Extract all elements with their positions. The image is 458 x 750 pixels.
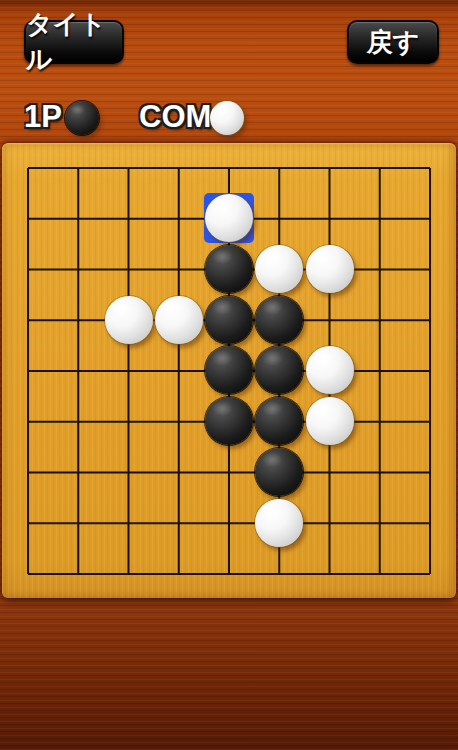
board-cell[interactable] — [3, 497, 53, 548]
board-cell[interactable] — [305, 345, 355, 396]
board-cell[interactable] — [204, 193, 254, 244]
board-cell[interactable] — [305, 244, 355, 295]
board-cell[interactable] — [355, 396, 405, 447]
board-cell[interactable] — [405, 548, 455, 599]
white-stone — [255, 499, 303, 547]
board-cell[interactable] — [53, 548, 103, 599]
board-cell[interactable] — [3, 244, 53, 295]
white-stone — [105, 296, 153, 344]
white-stone — [155, 296, 203, 344]
board-cell[interactable] — [405, 193, 455, 244]
black-stone-indicator — [65, 101, 99, 135]
board-cell[interactable] — [53, 345, 103, 396]
board-cell[interactable] — [355, 447, 405, 498]
board-cell[interactable] — [254, 548, 304, 599]
board-cell[interactable] — [355, 142, 405, 193]
board-cell[interactable] — [3, 548, 53, 599]
black-stone — [205, 296, 253, 344]
board-cell[interactable] — [154, 294, 204, 345]
board-cell[interactable] — [154, 447, 204, 498]
board-cell[interactable] — [53, 396, 103, 447]
white-stone-indicator — [210, 101, 244, 135]
board-cell[interactable] — [204, 244, 254, 295]
black-stone — [255, 346, 303, 394]
black-stone — [205, 346, 253, 394]
white-stone — [306, 245, 354, 293]
black-stone — [205, 245, 253, 293]
board-cell[interactable] — [254, 396, 304, 447]
black-stone — [255, 448, 303, 496]
board-cell[interactable] — [154, 244, 204, 295]
board-cell[interactable] — [305, 142, 355, 193]
board-cell[interactable] — [154, 142, 204, 193]
board-cell[interactable] — [305, 447, 355, 498]
board-cell[interactable] — [254, 142, 304, 193]
board-cell[interactable] — [53, 497, 103, 548]
player-com-label: COM — [139, 100, 211, 134]
board-cell[interactable] — [405, 497, 455, 548]
black-stone — [255, 397, 303, 445]
board-cell[interactable] — [305, 193, 355, 244]
board-cell[interactable] — [154, 193, 204, 244]
board-cell[interactable] — [53, 294, 103, 345]
board-cell[interactable] — [204, 345, 254, 396]
board-cell[interactable] — [204, 396, 254, 447]
board-cell[interactable] — [104, 193, 154, 244]
board-cell[interactable] — [3, 345, 53, 396]
board-cell[interactable] — [104, 548, 154, 599]
board-cell[interactable] — [405, 294, 455, 345]
board-cell[interactable] — [355, 497, 405, 548]
board-cell[interactable] — [104, 294, 154, 345]
board-cell[interactable] — [305, 497, 355, 548]
board-cell[interactable] — [154, 345, 204, 396]
board-cell[interactable] — [254, 294, 304, 345]
board-cell[interactable] — [405, 244, 455, 295]
white-stone — [306, 397, 354, 445]
board-cell[interactable] — [104, 447, 154, 498]
board — [2, 143, 456, 598]
board-cell[interactable] — [53, 142, 103, 193]
title-button[interactable]: タイトル — [24, 20, 124, 64]
board-cell[interactable] — [204, 497, 254, 548]
board-cell[interactable] — [254, 497, 304, 548]
board-cell[interactable] — [104, 396, 154, 447]
board-cell[interactable] — [355, 345, 405, 396]
board-cell[interactable] — [53, 244, 103, 295]
board-cell[interactable] — [154, 497, 204, 548]
board-cell[interactable] — [204, 447, 254, 498]
white-stone — [255, 245, 303, 293]
board-cell[interactable] — [355, 244, 405, 295]
board-cell[interactable] — [104, 345, 154, 396]
board-cell[interactable] — [104, 142, 154, 193]
board-cell[interactable] — [254, 244, 304, 295]
white-stone — [306, 346, 354, 394]
board-cells — [3, 142, 455, 599]
board-cell[interactable] — [305, 548, 355, 599]
board-cell[interactable] — [3, 396, 53, 447]
black-stone — [205, 397, 253, 445]
board-cell[interactable] — [53, 193, 103, 244]
board-cell[interactable] — [305, 294, 355, 345]
board-cell[interactable] — [405, 345, 455, 396]
board-cell[interactable] — [405, 447, 455, 498]
board-cell[interactable] — [405, 142, 455, 193]
white-stone — [205, 194, 253, 242]
board-cell[interactable] — [254, 447, 304, 498]
board-cell[interactable] — [254, 193, 304, 244]
board-cell[interactable] — [204, 142, 254, 193]
undo-button[interactable]: 戻す — [347, 20, 439, 64]
board-cell[interactable] — [204, 294, 254, 345]
board-cell[interactable] — [355, 548, 405, 599]
board-cell[interactable] — [355, 193, 405, 244]
board-cell[interactable] — [3, 447, 53, 498]
board-cell[interactable] — [254, 345, 304, 396]
board-cell[interactable] — [405, 396, 455, 447]
board-cell[interactable] — [3, 294, 53, 345]
board-cell[interactable] — [53, 447, 103, 498]
player-1p-label: 1P — [24, 100, 62, 134]
board-cell[interactable] — [204, 548, 254, 599]
board-cell[interactable] — [104, 244, 154, 295]
board-cell[interactable] — [154, 548, 204, 599]
black-stone — [255, 296, 303, 344]
board-cell[interactable] — [355, 294, 405, 345]
board-cell[interactable] — [3, 193, 53, 244]
board-cell[interactable] — [154, 396, 204, 447]
board-cell[interactable] — [104, 497, 154, 548]
board-cell[interactable] — [3, 142, 53, 193]
board-cell[interactable] — [305, 396, 355, 447]
